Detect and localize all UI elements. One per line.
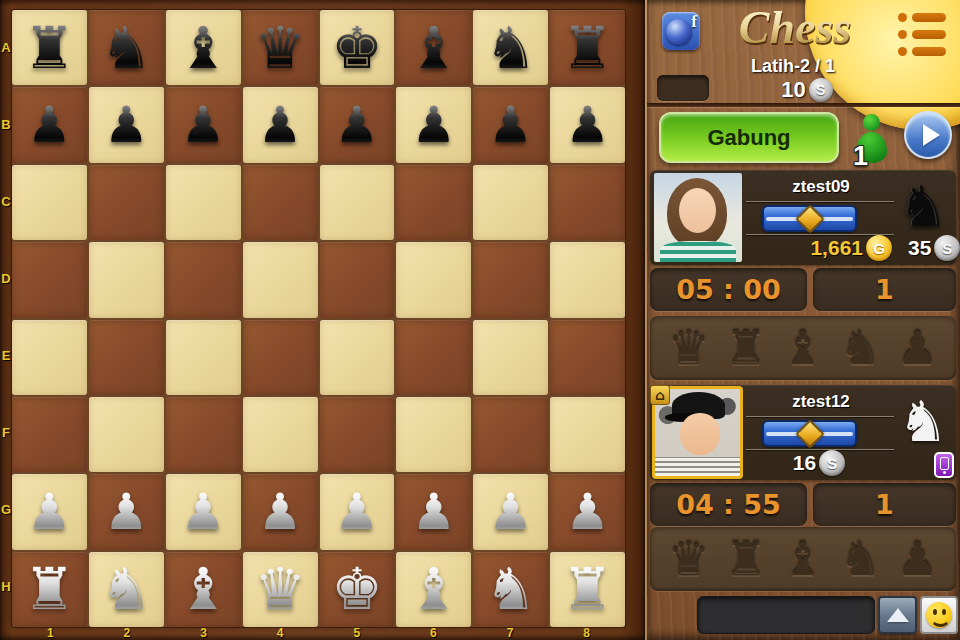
tray-queen-icon: ♛: [668, 536, 709, 582]
avatar-shirt: [655, 457, 740, 476]
menu-bar-icon: [912, 13, 946, 22]
black-knight: ♞: [485, 19, 537, 77]
square-D-6[interactable]: [396, 242, 471, 317]
silver-coin-icon: S: [819, 450, 845, 476]
send-button[interactable]: [878, 596, 917, 634]
square-F-4[interactable]: [243, 397, 318, 472]
white-knight: ♞: [485, 560, 537, 618]
black-rook: ♜: [562, 19, 614, 77]
board: ♜♞♝♛♚♝♞♜♟♟♟♟♟♟♟♟♟♟♟♟♟♟♟♟♜♞♝♛♚♝♞♜: [12, 10, 625, 627]
menu-icon[interactable]: [898, 13, 946, 56]
white-pawn: ♟: [27, 487, 72, 537]
person-head-icon: [863, 114, 880, 131]
file-label-6: 6: [427, 626, 439, 640]
tray-bishop-icon: ♝: [782, 325, 823, 371]
room-label: Latih-2 / 1: [647, 56, 939, 77]
square-G-7[interactable]: ♟: [473, 474, 548, 549]
white-knight: ♞: [100, 560, 152, 618]
square-D-8[interactable]: [550, 242, 625, 317]
black-pawn: ♟: [411, 100, 456, 150]
square-B-6[interactable]: ♟: [396, 87, 471, 162]
menu-dot-icon: [898, 30, 907, 39]
emoji-button[interactable]: [920, 596, 958, 634]
rank-label-E: E: [0, 348, 12, 363]
black-pawn: ♟: [565, 100, 610, 150]
square-F-6[interactable]: [396, 397, 471, 472]
square-H-6[interactable]: ♝: [396, 552, 471, 627]
square-A-7[interactable]: ♞: [473, 10, 548, 85]
black-pawn: ♟: [27, 100, 72, 150]
white-pawn: ♟: [104, 487, 149, 537]
rank-label-H: H: [0, 579, 12, 594]
black-bishop: ♝: [408, 19, 460, 77]
menu-bar-icon: [912, 47, 946, 56]
white-round-counter: 1: [813, 483, 956, 526]
captured-tray: ♛♜♝♞♟: [650, 527, 956, 591]
square-F-3[interactable]: [166, 397, 241, 472]
board-frame: ♜♞♝♛♚♝♞♜♟♟♟♟♟♟♟♟♟♟♟♟♟♟♟♟♜♞♝♛♚♝♞♜ ABCDEFG…: [0, 0, 645, 640]
square-G-2[interactable]: ♟: [89, 474, 164, 549]
avatar-face: [679, 188, 716, 233]
black-king: ♚: [331, 19, 383, 77]
side-panel: f Chess Latih-2 / 1 10 S Gabung 1 ztest0: [645, 0, 960, 640]
tray-bishop-icon: ♝: [782, 536, 823, 582]
silver-value: 35: [908, 236, 931, 260]
divider: [746, 416, 894, 417]
facebook-letter: f: [691, 12, 697, 32]
square-A-2[interactable]: ♞: [89, 10, 164, 85]
square-A-3[interactable]: ♝: [166, 10, 241, 85]
players-waiting-count: 1: [853, 141, 868, 172]
silver-value: 16: [793, 451, 816, 475]
black-pawn: ♟: [335, 100, 380, 150]
divider: [746, 201, 894, 202]
player-card-white: ⌂ ztest12 16 S ♞: [650, 385, 956, 480]
square-H-5[interactable]: ♚: [320, 552, 395, 627]
menu-line: [898, 13, 946, 22]
rating-bar: [762, 420, 857, 447]
square-B-7[interactable]: ♟: [473, 87, 548, 162]
menu-dot-icon: [898, 47, 907, 56]
black-bishop: ♝: [177, 19, 229, 77]
play-button[interactable]: [904, 111, 952, 159]
square-E-4[interactable]: [243, 320, 318, 395]
black-pawn: ♟: [258, 100, 303, 150]
square-C-1[interactable]: [12, 165, 87, 240]
square-E-5[interactable]: [320, 320, 395, 395]
tray-queen-icon: ♛: [668, 325, 709, 371]
menu-line: [898, 30, 946, 39]
chat-input[interactable]: [697, 596, 875, 634]
square-E-1[interactable]: [12, 320, 87, 395]
square-E-6[interactable]: [396, 320, 471, 395]
square-A-8[interactable]: ♜: [550, 10, 625, 85]
square-H-1[interactable]: ♜: [12, 552, 87, 627]
captured-tray: ♛♜♝♞♟: [650, 316, 956, 380]
square-G-6[interactable]: ♟: [396, 474, 471, 549]
chess-app: ♜♞♝♛♚♝♞♜♟♟♟♟♟♟♟♟♟♟♟♟♟♟♟♟♜♞♝♛♚♝♞♜ ABCDEFG…: [0, 0, 960, 640]
rating-diamond-icon: [795, 419, 825, 449]
square-A-1[interactable]: ♜: [12, 10, 87, 85]
square-G-5[interactable]: ♟: [320, 474, 395, 549]
square-C-8[interactable]: [550, 165, 625, 240]
file-label-1: 1: [44, 626, 56, 640]
square-C-4[interactable]: [243, 165, 318, 240]
player-name: ztest09: [746, 177, 896, 197]
rank-label-C: C: [0, 194, 12, 209]
play-icon: [923, 124, 940, 146]
white-pawn: ♟: [181, 487, 226, 537]
square-G-8[interactable]: ♟: [550, 474, 625, 549]
white-knight-icon: ♞: [898, 394, 948, 450]
player-count-icon: 1: [850, 114, 894, 167]
square-C-6[interactable]: [396, 165, 471, 240]
phone-button: [943, 471, 946, 474]
square-F-5[interactable]: [320, 397, 395, 472]
up-arrow-icon: [887, 608, 909, 622]
square-F-2[interactable]: [89, 397, 164, 472]
black-timer: 05 : 00: [650, 268, 807, 311]
white-king: ♚: [331, 560, 383, 618]
white-pawn: ♟: [258, 487, 303, 537]
black-knight-icon: ♞: [898, 179, 948, 235]
white-rook: ♜: [562, 560, 614, 618]
join-button[interactable]: Gabung: [659, 112, 839, 163]
square-B-8[interactable]: ♟: [550, 87, 625, 162]
square-B-5[interactable]: ♟: [320, 87, 395, 162]
file-label-2: 2: [121, 626, 133, 640]
square-H-8[interactable]: ♜: [550, 552, 625, 627]
facebook-icon[interactable]: f: [662, 12, 700, 50]
tray-pawn-icon: ♟: [897, 536, 938, 582]
black-pawn: ♟: [488, 100, 533, 150]
tray-knight-icon: ♞: [840, 325, 881, 371]
white-pawn: ♟: [335, 487, 380, 537]
white-timer: 04 : 55: [650, 483, 807, 526]
square-D-5[interactable]: [320, 242, 395, 317]
black-pawn: ♟: [181, 100, 226, 150]
menu-dot-icon: [898, 13, 907, 22]
square-B-2[interactable]: ♟: [89, 87, 164, 162]
white-bishop: ♝: [408, 560, 460, 618]
square-B-3[interactable]: ♟: [166, 87, 241, 162]
gold-balance: 1,661 G: [746, 235, 892, 261]
square-G-1[interactable]: ♟: [12, 474, 87, 549]
gold-coin-icon: G: [866, 235, 892, 261]
phone-screen: [940, 457, 949, 470]
file-label-7: 7: [504, 626, 516, 640]
square-G-4[interactable]: ♟: [243, 474, 318, 549]
rank-label-F: F: [0, 425, 12, 440]
tray-pawn-icon: ♟: [897, 325, 938, 371]
square-F-7[interactable]: [473, 397, 548, 472]
player-avatar[interactable]: [654, 173, 742, 262]
rank-label-D: D: [0, 271, 12, 286]
rank-label-A: A: [0, 40, 12, 55]
square-D-2[interactable]: [89, 242, 164, 317]
avatar-shirt: [660, 241, 736, 262]
square-B-4[interactable]: ♟: [243, 87, 318, 162]
white-pawn: ♟: [488, 487, 533, 537]
square-A-5[interactable]: ♚: [320, 10, 395, 85]
square-H-4[interactable]: ♛: [243, 552, 318, 627]
black-queen: ♛: [254, 19, 306, 77]
square-E-2[interactable]: [89, 320, 164, 395]
black-pawn: ♟: [104, 100, 149, 150]
square-C-7[interactable]: [473, 165, 548, 240]
square-A-4[interactable]: ♛: [243, 10, 318, 85]
menu-line: [898, 47, 946, 56]
square-B-1[interactable]: ♟: [12, 87, 87, 162]
white-pawn: ♟: [565, 487, 610, 537]
square-D-1[interactable]: [12, 242, 87, 317]
gold-value: 1,661: [810, 236, 863, 260]
white-queen: ♛: [254, 560, 306, 618]
tray-knight-icon: ♞: [840, 536, 881, 582]
home-icon: ⌂: [650, 385, 670, 405]
file-label-4: 4: [274, 626, 286, 640]
square-C-3[interactable]: [166, 165, 241, 240]
square-D-4[interactable]: [243, 242, 318, 317]
header-divider: [647, 103, 960, 107]
entry-fee: 10 S: [677, 77, 937, 103]
rank-label-B: B: [0, 117, 12, 132]
tray-rook-icon: ♜: [725, 536, 766, 582]
square-G-3[interactable]: ♟: [166, 474, 241, 549]
square-H-7[interactable]: ♞: [473, 552, 548, 627]
white-pawn: ♟: [411, 487, 456, 537]
square-E-3[interactable]: [166, 320, 241, 395]
file-label-3: 3: [198, 626, 210, 640]
square-F-1[interactable]: [12, 397, 87, 472]
black-round-counter: 1: [813, 268, 956, 311]
square-H-3[interactable]: ♝: [166, 552, 241, 627]
rating-diamond-icon: [795, 204, 825, 234]
black-rook: ♜: [23, 19, 75, 77]
silver-coin-icon: S: [809, 78, 833, 102]
sphere-icon: [666, 19, 692, 45]
silver-balance: 16 S: [746, 450, 892, 476]
square-E-8[interactable]: [550, 320, 625, 395]
square-F-8[interactable]: [550, 397, 625, 472]
entry-fee-value: 10: [781, 77, 805, 103]
square-C-2[interactable]: [89, 165, 164, 240]
file-label-5: 5: [351, 626, 363, 640]
white-bishop: ♝: [177, 560, 229, 618]
rating-bar: [762, 205, 857, 232]
avatar-face: [680, 413, 720, 455]
rank-label-G: G: [0, 502, 12, 517]
square-H-2[interactable]: ♞: [89, 552, 164, 627]
white-rook: ♜: [23, 560, 75, 618]
player-name: ztest12: [746, 392, 896, 412]
square-D-3[interactable]: [166, 242, 241, 317]
square-D-7[interactable]: [473, 242, 548, 317]
square-C-5[interactable]: [320, 165, 395, 240]
phone-icon: [934, 452, 954, 478]
smiley-icon: [926, 602, 952, 628]
player-card-black: ztest09 1,661 G 35 S ♞: [650, 170, 956, 265]
file-label-8: 8: [581, 626, 593, 640]
menu-bar-icon: [912, 30, 946, 39]
square-A-6[interactable]: ♝: [396, 10, 471, 85]
app-title: Chess: [699, 1, 891, 54]
black-knight: ♞: [100, 19, 152, 77]
tray-rook-icon: ♜: [725, 325, 766, 371]
square-E-7[interactable]: [473, 320, 548, 395]
